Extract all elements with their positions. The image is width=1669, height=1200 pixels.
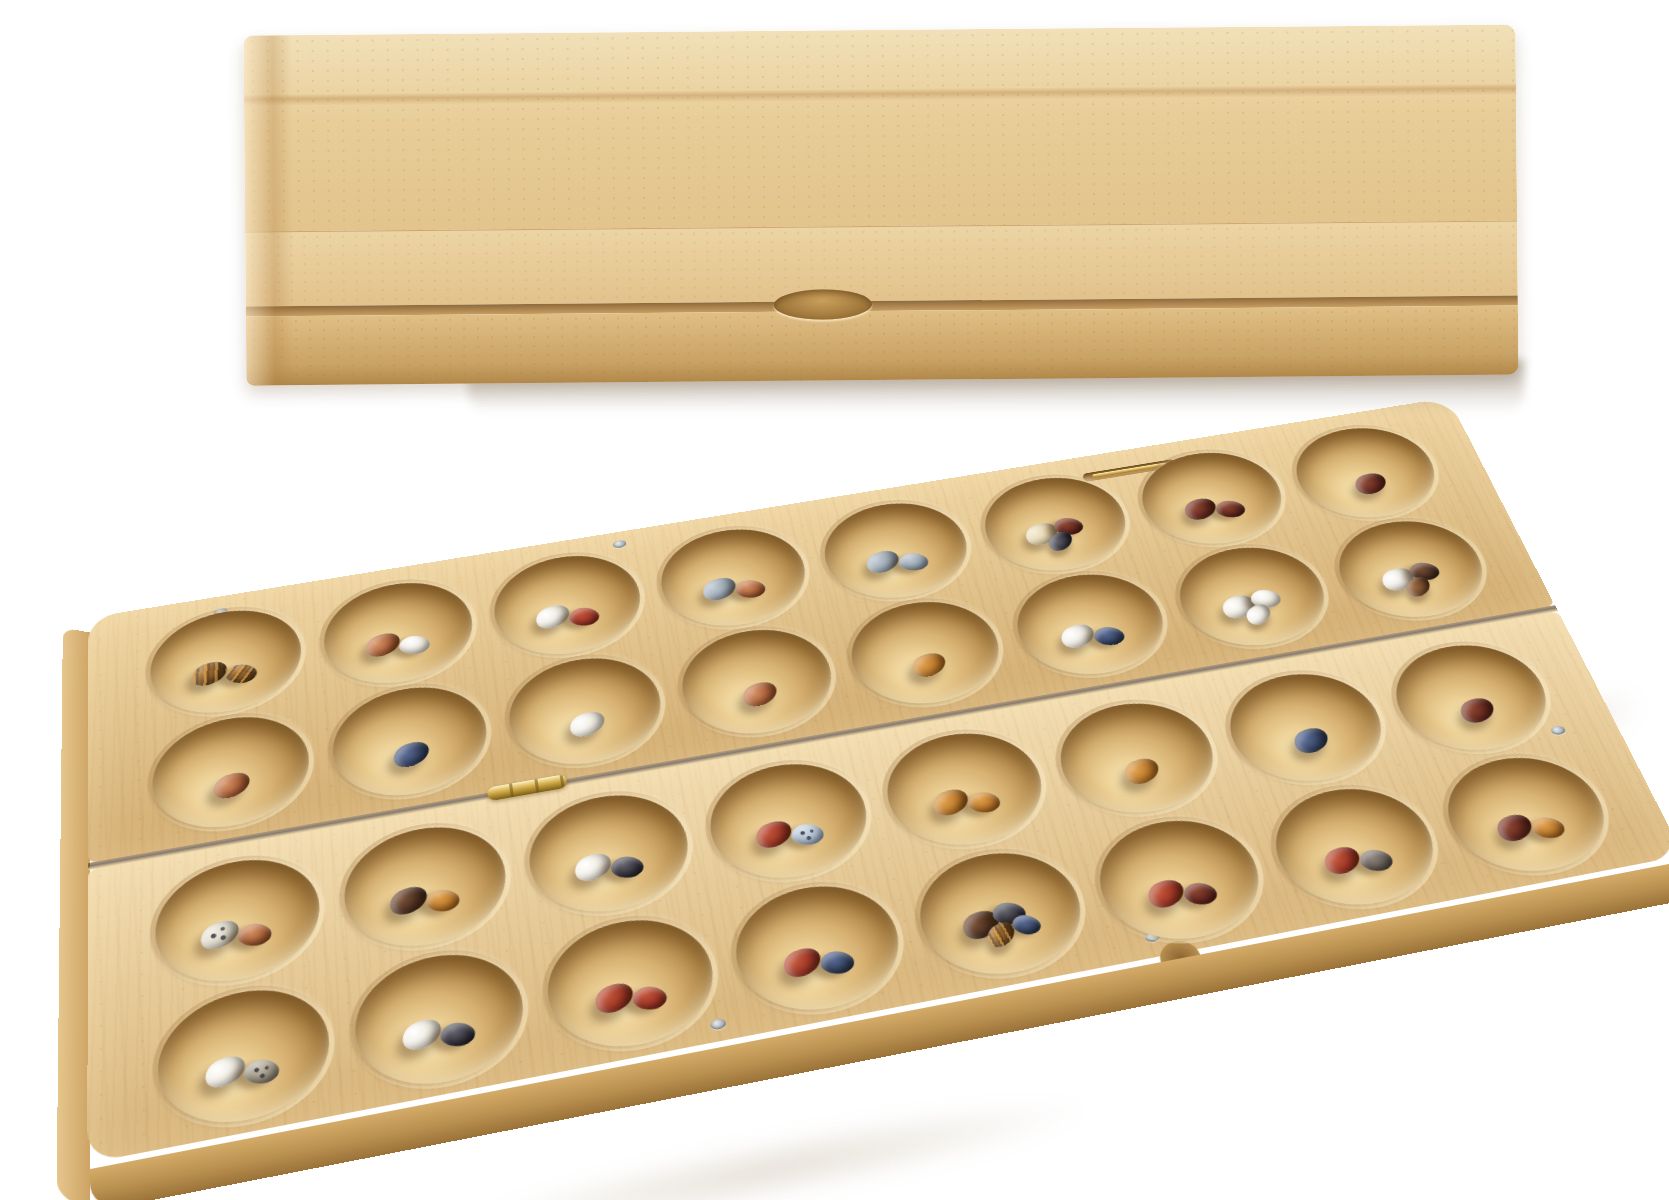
pit-r1c2[interactable] (321, 573, 479, 694)
stone-amber (1530, 817, 1566, 838)
stone-tiger-eye (188, 657, 231, 690)
stone-carnelian (209, 768, 253, 803)
lid-box (243, 24, 1518, 385)
magnet-dot (612, 540, 626, 549)
pit-r1c7[interactable] (1128, 444, 1298, 554)
pit-r4c6[interactable] (1084, 809, 1277, 952)
pit-r2c8[interactable] (1322, 512, 1501, 628)
pit-r3c3[interactable] (522, 784, 698, 925)
stone-white (565, 707, 609, 741)
pit-r4c8[interactable] (1428, 746, 1626, 883)
pit-r2c2[interactable] (329, 677, 493, 808)
lid-top-face (243, 24, 1517, 231)
stone-amber (907, 649, 951, 682)
stone-amber (968, 792, 1000, 813)
pit-r3c5[interactable] (875, 722, 1056, 857)
stone-white (570, 849, 616, 886)
stone-black (610, 856, 645, 878)
pit-r4c5[interactable] (907, 841, 1097, 987)
pit-r2c1[interactable] (152, 706, 313, 839)
stone-dark-red (1184, 883, 1218, 905)
mancala-board (87, 398, 1669, 1172)
pit-r1c6[interactable] (972, 468, 1140, 580)
lid-front-face (245, 220, 1518, 306)
stone-white (398, 636, 431, 655)
stone-red-jasper (751, 816, 797, 853)
stone-red-jasper (568, 608, 600, 627)
stone-amber (928, 784, 974, 820)
stone-amber (425, 890, 461, 912)
front-edge-notch (1155, 938, 1200, 962)
pit-r2c7[interactable] (1164, 538, 1341, 656)
stone-red-jasper (1142, 875, 1190, 913)
stone-blue-gray (899, 553, 929, 571)
stone-carnelian (738, 678, 782, 711)
stone-blue-gray (862, 547, 904, 577)
stone-sodalite (1288, 723, 1333, 757)
stone-dark-red (1455, 694, 1500, 728)
stone-red-jasper (590, 978, 638, 1019)
stone-sodalite (820, 951, 854, 974)
stone-white (201, 1051, 250, 1094)
pit-r2c3[interactable] (503, 648, 670, 776)
pit-r1c5[interactable] (814, 494, 979, 608)
stone-dark-red (1216, 501, 1246, 518)
stone-dark-red (1491, 810, 1538, 846)
stone-blue-gray (698, 574, 740, 605)
stone-gray (242, 1059, 281, 1084)
pit-r4c2[interactable] (351, 942, 531, 1098)
stone-white (398, 1014, 446, 1056)
pit-r3c1[interactable] (154, 848, 323, 995)
pit-r1c1[interactable] (150, 600, 305, 724)
stone-carnelian (362, 629, 405, 661)
pit-r3c8[interactable] (1378, 635, 1567, 762)
stone-snowflake (791, 824, 824, 846)
stone-black (439, 1022, 477, 1046)
pit-r3c2[interactable] (340, 815, 512, 959)
pit-r2c5[interactable] (840, 592, 1012, 715)
stone-amber (1119, 754, 1165, 789)
stone-dark-brown (385, 882, 431, 920)
stone-carnelian (236, 924, 274, 947)
pit-r1c4[interactable] (653, 520, 816, 637)
magnet-dot (1549, 725, 1566, 735)
stone-white (532, 601, 574, 633)
stone-red-jasper (1319, 842, 1366, 879)
stone-red-jasper (632, 986, 668, 1010)
stone-tiger-eye (224, 664, 259, 683)
pit-r3c6[interactable] (1046, 693, 1230, 825)
stone-sodalite (389, 737, 433, 772)
pit-r4c1[interactable] (157, 977, 334, 1137)
lid-end-cap (243, 35, 294, 385)
stone-dalmatian (197, 915, 244, 954)
stone-sodalite (1094, 627, 1125, 646)
lid-base-strip (246, 305, 1519, 385)
pit-r2c4[interactable] (673, 619, 843, 744)
pit-r2c6[interactable] (1004, 564, 1179, 684)
stone-dark-red (1179, 494, 1221, 523)
pit-r3c4[interactable] (700, 753, 879, 891)
stone-hematite (1359, 850, 1394, 872)
stone-red-jasper (778, 943, 826, 983)
pit-r1c8[interactable] (1280, 419, 1452, 527)
stone-carnelian (735, 580, 766, 598)
pit-r4c7[interactable] (1258, 777, 1453, 917)
stone-sodalite (1011, 913, 1042, 937)
pit-r3c7[interactable] (1213, 663, 1400, 792)
pit-r4c3[interactable] (540, 908, 724, 1061)
stone-dark-red (1350, 469, 1392, 498)
pit-r1c3[interactable] (488, 546, 648, 665)
stone-white (1056, 620, 1100, 652)
pit-r4c4[interactable] (725, 874, 912, 1023)
magnet-dot (710, 1018, 727, 1031)
